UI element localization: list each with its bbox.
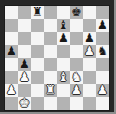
square-c1[interactable] bbox=[31, 97, 44, 110]
square-e2[interactable] bbox=[57, 84, 70, 97]
piece-white-bishop: ♝ bbox=[58, 71, 69, 84]
square-f3[interactable]: ♞ bbox=[70, 71, 83, 84]
square-d3[interactable] bbox=[44, 71, 57, 84]
piece-black-bishop: ♝ bbox=[58, 19, 69, 32]
chess-board[interactable]: ♜♚♝♟♟♟♟♟♞♟♟♝♞♟♜♟♟♚ bbox=[5, 6, 109, 110]
square-b7[interactable] bbox=[18, 19, 31, 32]
square-a6[interactable] bbox=[5, 32, 18, 45]
square-e8[interactable] bbox=[57, 6, 70, 19]
square-g1[interactable] bbox=[83, 97, 96, 110]
square-g3[interactable] bbox=[83, 71, 96, 84]
square-e3[interactable]: ♝ bbox=[57, 71, 70, 84]
square-b4[interactable]: ♟ bbox=[18, 58, 31, 71]
square-h4[interactable] bbox=[96, 58, 109, 71]
square-b6[interactable] bbox=[18, 32, 31, 45]
square-g5[interactable]: ♟ bbox=[83, 45, 96, 58]
square-d5[interactable] bbox=[44, 45, 57, 58]
square-c8[interactable]: ♜ bbox=[31, 6, 44, 19]
piece-white-knight: ♞ bbox=[71, 71, 82, 84]
square-d6[interactable] bbox=[44, 32, 57, 45]
square-c7[interactable] bbox=[31, 19, 44, 32]
square-a2[interactable]: ♟ bbox=[5, 84, 18, 97]
square-d1[interactable] bbox=[44, 97, 57, 110]
piece-white-rook: ♜ bbox=[45, 84, 56, 97]
square-c2[interactable] bbox=[31, 84, 44, 97]
square-e6[interactable]: ♟ bbox=[57, 32, 70, 45]
square-g7[interactable] bbox=[83, 19, 96, 32]
square-h1[interactable] bbox=[96, 97, 109, 110]
square-h5[interactable]: ♞ bbox=[96, 45, 109, 58]
square-a8[interactable] bbox=[5, 6, 18, 19]
piece-white-pawn: ♟ bbox=[84, 45, 95, 58]
square-e7[interactable]: ♝ bbox=[57, 19, 70, 32]
square-h2[interactable]: ♟ bbox=[96, 84, 109, 97]
piece-white-pawn: ♟ bbox=[19, 71, 30, 84]
square-d7[interactable] bbox=[44, 19, 57, 32]
square-a4[interactable] bbox=[5, 58, 18, 71]
window-edge: ♜♚♝♟♟♟♟♟♞♟♟♝♞♟♜♟♟♚ bbox=[0, 0, 114, 112]
square-b1[interactable]: ♚ bbox=[18, 97, 31, 110]
square-b2[interactable] bbox=[18, 84, 31, 97]
square-c5[interactable] bbox=[31, 45, 44, 58]
square-a7[interactable] bbox=[5, 19, 18, 32]
square-f2[interactable]: ♟ bbox=[70, 84, 83, 97]
square-d8[interactable] bbox=[44, 6, 57, 19]
piece-black-knight: ♞ bbox=[97, 45, 108, 58]
square-h6[interactable] bbox=[96, 32, 109, 45]
piece-black-pawn: ♟ bbox=[19, 58, 30, 71]
square-f6[interactable] bbox=[70, 32, 83, 45]
square-a1[interactable] bbox=[5, 97, 18, 110]
piece-white-king: ♚ bbox=[19, 97, 30, 110]
square-h8[interactable] bbox=[96, 6, 109, 19]
board-frame: ♜♚♝♟♟♟♟♟♞♟♟♝♞♟♜♟♟♚ bbox=[0, 0, 114, 112]
piece-white-pawn: ♟ bbox=[71, 84, 82, 97]
square-g6[interactable]: ♟ bbox=[83, 32, 96, 45]
square-f8[interactable]: ♚ bbox=[70, 6, 83, 19]
piece-black-pawn: ♟ bbox=[6, 45, 17, 58]
square-g8[interactable] bbox=[83, 6, 96, 19]
piece-black-pawn: ♟ bbox=[84, 32, 95, 45]
square-c4[interactable] bbox=[31, 58, 44, 71]
square-d2[interactable]: ♜ bbox=[44, 84, 57, 97]
square-f5[interactable] bbox=[70, 45, 83, 58]
square-b5[interactable] bbox=[18, 45, 31, 58]
square-c6[interactable] bbox=[31, 32, 44, 45]
square-c3[interactable] bbox=[31, 71, 44, 84]
square-a5[interactable]: ♟ bbox=[5, 45, 18, 58]
piece-white-pawn: ♟ bbox=[97, 84, 108, 97]
square-b8[interactable] bbox=[18, 6, 31, 19]
piece-white-pawn: ♟ bbox=[6, 84, 17, 97]
square-e5[interactable] bbox=[57, 45, 70, 58]
square-h3[interactable] bbox=[96, 71, 109, 84]
square-a3[interactable] bbox=[5, 71, 18, 84]
square-f7[interactable] bbox=[70, 19, 83, 32]
square-f4[interactable] bbox=[70, 58, 83, 71]
square-e4[interactable] bbox=[57, 58, 70, 71]
square-f1[interactable] bbox=[70, 97, 83, 110]
square-b3[interactable]: ♟ bbox=[18, 71, 31, 84]
piece-black-pawn: ♟ bbox=[97, 19, 108, 32]
square-e1[interactable] bbox=[57, 97, 70, 110]
square-g2[interactable] bbox=[83, 84, 96, 97]
piece-black-king: ♚ bbox=[71, 6, 82, 19]
square-h7[interactable]: ♟ bbox=[96, 19, 109, 32]
square-d4[interactable] bbox=[44, 58, 57, 71]
piece-black-pawn: ♟ bbox=[58, 32, 69, 45]
square-g4[interactable] bbox=[83, 58, 96, 71]
piece-black-rook: ♜ bbox=[32, 6, 43, 19]
